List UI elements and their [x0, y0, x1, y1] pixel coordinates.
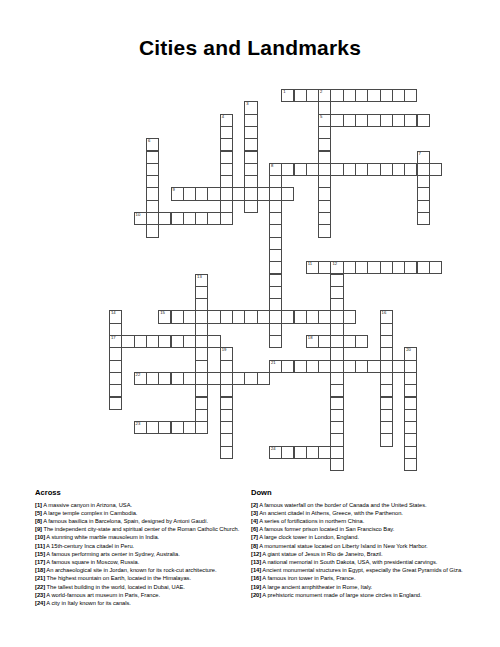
down-clues-section: Down [2] A famous waterfall on the borde… — [251, 488, 466, 599]
grid-cell[interactable] — [195, 421, 208, 434]
grid-cell[interactable] — [281, 446, 294, 459]
grid-cell[interactable] — [404, 89, 417, 102]
grid-cell[interactable] — [220, 409, 233, 422]
grid-cell[interactable] — [183, 212, 196, 225]
grid-cell[interactable] — [244, 310, 257, 323]
grid-cell[interactable] — [318, 310, 331, 323]
down-clue-item: [6] A famous former prison located in Sa… — [251, 525, 466, 533]
across-clue-item: [11] A 15th-century Inca citadel in Peru… — [35, 542, 250, 550]
grid-cell[interactable] — [220, 138, 233, 151]
grid-cell[interactable]: 8 — [269, 163, 282, 176]
grid-cell[interactable] — [195, 372, 208, 385]
grid-cell[interactable] — [404, 261, 417, 274]
grid-cell[interactable] — [318, 224, 331, 237]
grid-cell[interactable] — [220, 200, 233, 213]
clue-number: [6] — [251, 526, 258, 532]
grid-cell[interactable] — [417, 200, 430, 213]
grid-cell[interactable] — [330, 421, 343, 434]
grid-cell[interactable] — [392, 261, 405, 274]
grid-cell[interactable] — [269, 286, 282, 299]
grid-cell[interactable] — [367, 261, 380, 274]
grid-cell[interactable] — [330, 360, 343, 373]
grid-cell[interactable] — [343, 89, 356, 102]
grid-cell[interactable] — [330, 89, 343, 102]
grid-cell[interactable] — [318, 163, 331, 176]
grid-cell[interactable] — [220, 212, 233, 225]
grid-cell[interactable] — [257, 310, 270, 323]
across-clue-item: [21] The highest mountain on Earth, loca… — [35, 574, 250, 582]
grid-cell[interactable] — [330, 433, 343, 446]
grid-cell[interactable] — [195, 409, 208, 422]
grid-cell[interactable] — [330, 458, 343, 471]
cell-number-label: 19 — [222, 348, 227, 353]
grid-cell[interactable] — [318, 126, 331, 139]
cell-number-label: 7 — [419, 152, 421, 157]
grid-cell[interactable] — [380, 261, 393, 274]
grid-cell[interactable] — [330, 310, 343, 323]
grid-cell[interactable] — [318, 151, 331, 164]
grid-cell[interactable] — [158, 372, 171, 385]
clue-number: [23] — [35, 592, 45, 598]
grid-cell[interactable] — [367, 163, 380, 176]
grid-cell[interactable]: 18 — [306, 335, 319, 348]
across-header: Across — [35, 488, 250, 497]
grid-cell[interactable] — [367, 114, 380, 127]
clue-number: [13] — [251, 559, 261, 565]
across-clue-list: [1] A massive canyon in Arizona, USA.[5]… — [35, 501, 250, 608]
grid-cell[interactable] — [306, 89, 319, 102]
grid-cell[interactable] — [429, 261, 442, 274]
grid-cell[interactable]: 22 — [134, 372, 147, 385]
grid-cell[interactable]: 3 — [244, 101, 257, 114]
grid-cell[interactable]: 4 — [220, 114, 233, 127]
grid-cell[interactable]: 2 — [318, 89, 331, 102]
grid-cell[interactable] — [269, 298, 282, 311]
clue-number: [15] — [35, 551, 45, 557]
grid-cell[interactable] — [146, 175, 159, 188]
grid-cell[interactable] — [183, 187, 196, 200]
grid-cell[interactable] — [367, 360, 380, 373]
grid-cell[interactable] — [306, 360, 319, 373]
grid-cell[interactable] — [269, 323, 282, 336]
grid-cell[interactable] — [306, 446, 319, 459]
cell-number-label: 20 — [406, 348, 411, 353]
grid-cell[interactable] — [171, 421, 184, 434]
clue-number: [11] — [35, 543, 45, 549]
grid-cell[interactable] — [318, 335, 331, 348]
grid-cell[interactable] — [404, 409, 417, 422]
down-clue-item: [19] A large ancient amphitheater in Rom… — [251, 583, 466, 591]
grid-cell[interactable] — [158, 212, 171, 225]
across-clue-item: [8] A famous basilica in Barcelona, Spai… — [35, 517, 250, 525]
grid-cell[interactable] — [392, 89, 405, 102]
grid-cell[interactable] — [220, 360, 233, 373]
grid-cell[interactable] — [330, 286, 343, 299]
grid-cell[interactable] — [330, 114, 343, 127]
clue-number: [5] — [35, 510, 42, 516]
grid-cell[interactable] — [318, 360, 331, 373]
grid-cell[interactable] — [244, 126, 257, 139]
grid-cell[interactable] — [195, 310, 208, 323]
grid-cell[interactable] — [380, 114, 393, 127]
grid-cell[interactable] — [207, 335, 220, 348]
cell-number-label: 14 — [111, 311, 116, 316]
grid-cell[interactable] — [146, 335, 159, 348]
grid-cell[interactable] — [343, 261, 356, 274]
grid-cell[interactable] — [330, 335, 343, 348]
grid-cell[interactable] — [404, 114, 417, 127]
grid-cell[interactable] — [134, 335, 147, 348]
grid-cell[interactable] — [183, 421, 196, 434]
grid-cell[interactable] — [318, 175, 331, 188]
grid-cell[interactable] — [367, 89, 380, 102]
grid-cell[interactable] — [195, 335, 208, 348]
grid-cell[interactable] — [417, 175, 430, 188]
grid-cell[interactable] — [294, 360, 307, 373]
grid-cell[interactable] — [244, 187, 257, 200]
cell-number-label: 12 — [332, 262, 337, 267]
cell-number-label: 9 — [173, 188, 175, 193]
grid-cell[interactable] — [355, 261, 368, 274]
grid-cell[interactable] — [294, 89, 307, 102]
grid-cell[interactable] — [220, 446, 233, 459]
clue-number: [20] — [251, 592, 261, 598]
grid-cell[interactable] — [404, 163, 417, 176]
grid-cell[interactable] — [269, 224, 282, 237]
across-clue-item: [9] The independent city-state and spiri… — [35, 525, 250, 533]
grid-cell[interactable] — [109, 347, 122, 360]
cell-number-label: 13 — [197, 275, 202, 280]
grid-cell[interactable] — [220, 151, 233, 164]
grid-cell[interactable] — [392, 360, 405, 373]
grid-cell[interactable] — [404, 397, 417, 410]
grid-cell[interactable] — [343, 114, 356, 127]
grid-cell[interactable] — [330, 384, 343, 397]
cell-number-label: 2 — [320, 90, 322, 95]
grid-cell[interactable]: 14 — [109, 310, 122, 323]
across-clue-item: [1] A massive canyon in Arizona, USA. — [35, 501, 250, 509]
grid-cell[interactable] — [195, 323, 208, 336]
grid-cell[interactable] — [380, 421, 393, 434]
grid-cell[interactable] — [257, 372, 270, 385]
grid-cell[interactable] — [330, 397, 343, 410]
grid-cell[interactable] — [207, 212, 220, 225]
grid-cell[interactable] — [330, 274, 343, 287]
grid-cell[interactable] — [404, 360, 417, 373]
grid-cell[interactable] — [195, 397, 208, 410]
clue-number: [21] — [35, 575, 45, 581]
grid-cell[interactable] — [330, 409, 343, 422]
grid-cell[interactable] — [294, 446, 307, 459]
clue-number: [1] — [35, 502, 42, 508]
grid-cell[interactable] — [109, 384, 122, 397]
grid-cell[interactable] — [220, 163, 233, 176]
cell-number-label: 15 — [160, 311, 165, 316]
grid-cell[interactable] — [146, 151, 159, 164]
clue-number: [14] — [251, 567, 261, 573]
across-clue-item: [5] A large temple complex in Cambodia. — [35, 509, 250, 517]
grid-cell[interactable] — [404, 458, 417, 471]
grid-cell[interactable] — [171, 310, 184, 323]
grid-cell[interactable] — [244, 163, 257, 176]
grid-cell[interactable] — [306, 163, 319, 176]
grid-cell[interactable] — [220, 433, 233, 446]
cell-number-label: 1 — [283, 90, 285, 95]
grid-cell[interactable] — [330, 372, 343, 385]
grid-cell[interactable]: 12 — [330, 261, 343, 274]
grid-cell[interactable] — [171, 335, 184, 348]
grid-cell[interactable] — [195, 384, 208, 397]
across-clue-item: [10] A stunning white marble mausoleum i… — [35, 533, 250, 541]
grid-cell[interactable] — [380, 163, 393, 176]
grid-cell[interactable] — [232, 372, 245, 385]
grid-cell[interactable] — [220, 421, 233, 434]
grid-cell[interactable] — [121, 335, 134, 348]
down-clue-item: [7] A large clock tower in London, Engla… — [251, 533, 466, 541]
grid-cell[interactable] — [417, 212, 430, 225]
cell-number-label: 3 — [246, 102, 248, 107]
grid-cell[interactable]: 17 — [109, 335, 122, 348]
grid-cell[interactable] — [146, 163, 159, 176]
grid-cell[interactable] — [281, 163, 294, 176]
grid-cell[interactable] — [380, 433, 393, 446]
grid-cell[interactable] — [343, 310, 356, 323]
grid-cell[interactable] — [318, 101, 331, 114]
across-clue-item: [24] A city in Italy known for its canal… — [35, 599, 250, 607]
grid-cell[interactable] — [281, 360, 294, 373]
grid-cell[interactable] — [417, 261, 430, 274]
grid-cell[interactable] — [404, 384, 417, 397]
grid-cell[interactable] — [269, 175, 282, 188]
grid-cell[interactable] — [146, 372, 159, 385]
grid-cell[interactable] — [244, 114, 257, 127]
grid-cell[interactable] — [281, 187, 294, 200]
grid-cell[interactable] — [220, 397, 233, 410]
grid-cell[interactable] — [404, 372, 417, 385]
grid-cell[interactable] — [195, 212, 208, 225]
grid-cell[interactable] — [220, 384, 233, 397]
grid-cell[interactable]: 13 — [195, 274, 208, 287]
grid-cell[interactable] — [109, 323, 122, 336]
grid-cell[interactable] — [417, 187, 430, 200]
grid-cell[interactable] — [146, 187, 159, 200]
across-clue-item: [23] A world-famous art museum in Paris,… — [35, 591, 250, 599]
down-clue-item: [13] A national memorial in South Dakota… — [251, 558, 466, 566]
grid-cell[interactable] — [146, 421, 159, 434]
grid-cell[interactable] — [380, 323, 393, 336]
grid-cell[interactable] — [269, 335, 282, 348]
grid-cell[interactable] — [380, 335, 393, 348]
grid-cell[interactable] — [146, 200, 159, 213]
clue-number: [16] — [251, 575, 261, 581]
cell-number-label: 4 — [222, 115, 224, 120]
grid-cell[interactable] — [171, 212, 184, 225]
grid-cell[interactable] — [220, 187, 233, 200]
grid-cell[interactable] — [183, 335, 196, 348]
grid-cell[interactable] — [318, 261, 331, 274]
grid-cell[interactable] — [404, 433, 417, 446]
grid-cell[interactable] — [158, 335, 171, 348]
clue-number: [10] — [35, 534, 45, 540]
cell-number-label: 16 — [382, 311, 387, 316]
grid-cell[interactable] — [380, 372, 393, 385]
grid-cell[interactable] — [318, 138, 331, 151]
grid-cell[interactable] — [318, 200, 331, 213]
grid-cell[interactable] — [232, 187, 245, 200]
grid-cell[interactable]: 9 — [171, 187, 184, 200]
grid-cell[interactable] — [220, 175, 233, 188]
clue-number: [7] — [251, 534, 258, 540]
down-clue-item: [12] A giant statue of Jesus in Rio de J… — [251, 550, 466, 558]
grid-cell[interactable] — [109, 360, 122, 373]
across-clues-section: Across [1] A massive canyon in Arizona, … — [35, 488, 250, 607]
grid-cell[interactable] — [355, 335, 368, 348]
grid-cell[interactable] — [330, 323, 343, 336]
grid-cell[interactable]: 24 — [269, 446, 282, 459]
grid-cell[interactable] — [355, 89, 368, 102]
grid-cell[interactable]: 10 — [134, 212, 147, 225]
grid-cell[interactable] — [195, 347, 208, 360]
down-clue-item: [20] A prehistoric monument made of larg… — [251, 591, 466, 599]
down-clue-item: [14] Ancient monumental structures in Eg… — [251, 566, 466, 574]
grid-cell[interactable] — [380, 360, 393, 373]
clue-number: [24] — [35, 600, 45, 606]
grid-cell[interactable]: 7 — [417, 151, 430, 164]
clue-number: [2] — [251, 502, 258, 508]
grid-cell[interactable]: 6 — [146, 138, 159, 151]
grid-cell[interactable] — [232, 310, 245, 323]
cell-number-label: 6 — [148, 139, 150, 144]
grid-cell[interactable] — [392, 114, 405, 127]
grid-cell[interactable] — [380, 89, 393, 102]
grid-cell[interactable] — [269, 261, 282, 274]
grid-cell[interactable]: 19 — [220, 347, 233, 360]
cell-number-label: 24 — [271, 447, 276, 452]
grid-cell[interactable] — [244, 372, 257, 385]
grid-cell[interactable] — [318, 187, 331, 200]
down-clue-list: [2] A famous waterfall on the border of … — [251, 501, 466, 599]
grid-cell[interactable] — [146, 212, 159, 225]
down-clue-item: [16] A famous iron tower in Paris, Franc… — [251, 574, 466, 582]
clue-number: [3] — [251, 510, 258, 516]
grid-cell[interactable] — [244, 175, 257, 188]
clue-number: [9] — [35, 526, 42, 532]
grid-cell[interactable] — [343, 335, 356, 348]
grid-cell[interactable] — [207, 372, 220, 385]
crossword-page: Cities and Landmarks 1234567891011121314… — [0, 0, 500, 647]
grid-cell[interactable] — [330, 446, 343, 459]
grid-cell[interactable] — [343, 163, 356, 176]
down-header: Down — [251, 488, 466, 497]
grid-cell[interactable] — [269, 274, 282, 287]
grid-cell[interactable]: 16 — [380, 310, 393, 323]
grid-cell[interactable] — [109, 372, 122, 385]
grid-cell[interactable] — [306, 310, 319, 323]
grid-cell[interactable] — [207, 187, 220, 200]
grid-cell[interactable]: 1 — [281, 89, 294, 102]
cell-number-label: 22 — [136, 373, 141, 378]
grid-cell[interactable] — [355, 114, 368, 127]
grid-cell[interactable]: 20 — [404, 347, 417, 360]
grid-cell[interactable] — [355, 360, 368, 373]
grid-cell[interactable] — [269, 249, 282, 262]
clue-number: [18] — [35, 567, 45, 573]
grid-cell[interactable] — [392, 163, 405, 176]
grid-cell[interactable] — [146, 224, 159, 237]
grid-cell[interactable] — [195, 360, 208, 373]
grid-cell[interactable]: 21 — [269, 360, 282, 373]
grid-cell[interactable] — [158, 421, 171, 434]
clue-number: [22] — [35, 584, 45, 590]
grid-cell[interactable] — [244, 200, 257, 213]
grid-cell[interactable] — [269, 200, 282, 213]
grid-cell[interactable] — [244, 151, 257, 164]
grid-cell[interactable] — [294, 310, 307, 323]
grid-cell[interactable] — [183, 372, 196, 385]
grid-cell[interactable] — [380, 347, 393, 360]
clue-number: [8] — [251, 543, 258, 549]
grid-cell[interactable] — [404, 446, 417, 459]
grid-cell[interactable]: 23 — [134, 421, 147, 434]
grid-cell[interactable] — [380, 409, 393, 422]
grid-cell[interactable] — [269, 187, 282, 200]
grid-cell[interactable] — [244, 138, 257, 151]
grid-cell[interactable] — [318, 446, 331, 459]
down-clue-item: [8] A monumental statue located on Liber… — [251, 542, 466, 550]
grid-cell[interactable]: 5 — [318, 114, 331, 127]
grid-cell[interactable] — [380, 397, 393, 410]
grid-cell[interactable] — [195, 298, 208, 311]
grid-cell[interactable] — [294, 163, 307, 176]
across-clue-item: [15] A famous performing arts center in … — [35, 550, 250, 558]
grid-cell[interactable] — [404, 421, 417, 434]
grid-cell[interactable] — [318, 212, 331, 225]
grid-cell[interactable]: 15 — [158, 310, 171, 323]
clue-number: [17] — [35, 559, 45, 565]
grid-cell[interactable] — [429, 163, 442, 176]
grid-cell[interactable] — [195, 286, 208, 299]
grid-cell[interactable] — [220, 126, 233, 139]
grid-cell[interactable] — [220, 372, 233, 385]
grid-cell[interactable] — [195, 187, 208, 200]
grid-cell[interactable] — [417, 114, 430, 127]
grid-cell[interactable] — [355, 163, 368, 176]
grid-cell[interactable] — [380, 384, 393, 397]
grid-cell[interactable] — [171, 372, 184, 385]
grid-cell[interactable] — [330, 298, 343, 311]
grid-cell[interactable] — [269, 237, 282, 250]
grid-cell[interactable] — [330, 347, 343, 360]
cell-number-label: 23 — [136, 422, 141, 427]
across-clue-item: [22] The tallest building in the world, … — [35, 583, 250, 591]
grid-cell[interactable]: 11 — [306, 261, 319, 274]
cell-number-label: 11 — [308, 262, 312, 267]
grid-cell[interactable] — [330, 163, 343, 176]
grid-cell[interactable] — [109, 397, 122, 410]
across-clue-item: [18] An archaeological site in Jordan, k… — [35, 566, 250, 574]
grid-cell[interactable] — [281, 310, 294, 323]
clue-number: [12] — [251, 551, 261, 557]
grid-cell[interactable] — [417, 163, 430, 176]
grid-cell[interactable] — [269, 310, 282, 323]
grid-cell[interactable] — [269, 212, 282, 225]
grid-cell[interactable] — [257, 187, 270, 200]
grid-cell[interactable] — [220, 310, 233, 323]
grid-cell[interactable] — [183, 310, 196, 323]
grid-cell[interactable] — [343, 360, 356, 373]
grid-cell[interactable] — [207, 310, 220, 323]
cell-number-label: 18 — [308, 336, 313, 341]
